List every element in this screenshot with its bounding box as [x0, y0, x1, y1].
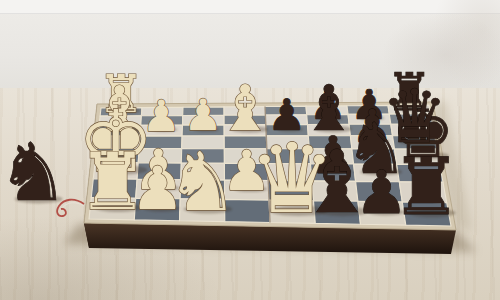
photo-scene: ♜♜♟♟♝♟♟♝♟♝♟♚♛♚♟♞♟♟♜♟♞♛♝♟♜♞	[0, 0, 500, 300]
piece-black-rook-h8[interactable]: ♜	[391, 141, 462, 233]
chessboard-photo: ♜♜♟♟♝♟♟♝♟♝♟♚♛♚♟♞♟♟♜♟♞♛♝♟♜♞	[0, 0, 500, 300]
piece-white-knight-h3[interactable]: ♞	[166, 135, 239, 229]
captured-black-knight[interactable]: ♞	[0, 126, 69, 219]
